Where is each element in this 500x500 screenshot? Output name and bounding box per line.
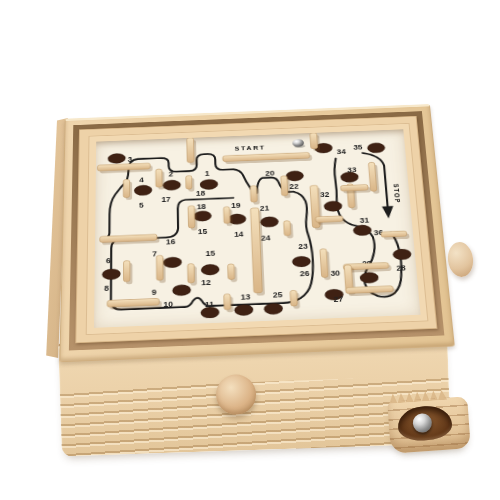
hole-number: 8	[104, 284, 109, 293]
maze-wall	[310, 133, 318, 149]
maze-wall	[315, 216, 343, 223]
steel-ball-in-tray	[412, 413, 432, 433]
maze-wall	[341, 185, 369, 192]
maze-hole	[360, 272, 379, 284]
maze-wall	[187, 138, 194, 163]
maze-hole	[392, 249, 411, 260]
hole-number: 4	[139, 176, 145, 184]
hole-number: 23	[298, 242, 308, 251]
hole-number: 19	[231, 201, 241, 209]
ball-catch-tray	[387, 396, 470, 453]
maze-hole	[260, 216, 279, 227]
hole-number: 32	[320, 191, 330, 199]
maze-hole	[102, 268, 120, 280]
maze-wall	[188, 264, 195, 283]
hole-number: 25	[273, 291, 283, 300]
hole-number: 34	[336, 148, 347, 156]
hole-number: 9	[152, 288, 157, 297]
hole-number: 35	[353, 144, 363, 152]
maze-wall	[320, 249, 328, 278]
hole-number: 1	[205, 170, 210, 178]
maze-wall	[281, 176, 288, 196]
hole-number: 2	[169, 170, 174, 178]
hole-number: 33	[347, 166, 357, 174]
start-label: START	[235, 144, 266, 151]
maze-wall	[123, 179, 129, 197]
maze-hole	[324, 201, 343, 212]
hole-number: 15	[198, 227, 208, 236]
maze-wall	[156, 169, 162, 187]
hole-number: 17	[161, 196, 170, 204]
hole-number: 31	[359, 216, 369, 225]
maze-wall	[381, 231, 407, 237]
labyrinth-board: 3421202234353351718321819211615142431366…	[59, 104, 455, 362]
maze-hole	[108, 153, 126, 164]
hole-number: 14	[234, 230, 245, 239]
product-photo-wooden-labyrinth: Wooden labyrinth marble maze game box wi…	[0, 0, 500, 500]
maze-hole	[201, 264, 220, 276]
hole-number: 20	[265, 170, 275, 178]
hole-number: 3	[128, 156, 133, 164]
maze-hole	[292, 256, 311, 268]
hole-number: 6	[106, 257, 111, 266]
hole-number: 28	[396, 264, 406, 273]
hole-number: 22	[289, 182, 299, 190]
hole-number: 26	[300, 269, 310, 278]
hole-number: 11	[205, 300, 214, 309]
hole-number: 16	[166, 238, 175, 247]
maze-hole	[163, 180, 181, 191]
hole-number: 7	[152, 250, 157, 258]
hole-number: 21	[260, 204, 270, 212]
stop-label: STOP	[392, 184, 402, 204]
maze-playfield: 3421202234353351718321819211615142431366…	[94, 129, 421, 328]
maze-wall	[290, 290, 297, 306]
maze-wall	[224, 207, 231, 224]
maze-hole	[172, 284, 191, 296]
hole-number: 10	[163, 300, 173, 309]
maze-svg: 3421202234353351718321819211615142431366…	[94, 129, 421, 328]
maze-hole	[163, 257, 181, 269]
hole-number: 18	[196, 190, 205, 198]
hole-number: 30	[330, 269, 340, 278]
maze-hole	[200, 179, 218, 190]
hole-number: 27	[333, 295, 343, 304]
maze-wall	[284, 221, 291, 236]
maze-wall	[250, 186, 257, 203]
hole-number: 18	[197, 203, 206, 211]
hole-number: 15	[206, 249, 216, 258]
hole-number: 13	[241, 293, 251, 302]
maze-wall	[228, 264, 235, 280]
maze-wall	[124, 261, 130, 282]
stop-arrow-head	[382, 206, 394, 219]
maze-wall	[156, 255, 163, 280]
maze-hole	[264, 303, 283, 315]
side-tilt-knob	[446, 241, 475, 279]
hole-number: 5	[139, 201, 144, 209]
maze-hole	[367, 142, 386, 153]
maze-wall	[186, 175, 192, 189]
maze-wall	[188, 206, 195, 228]
maze-hole	[134, 185, 152, 196]
maze-wall	[224, 294, 231, 310]
hole-number: 12	[201, 279, 211, 288]
maze-hole	[234, 304, 253, 316]
